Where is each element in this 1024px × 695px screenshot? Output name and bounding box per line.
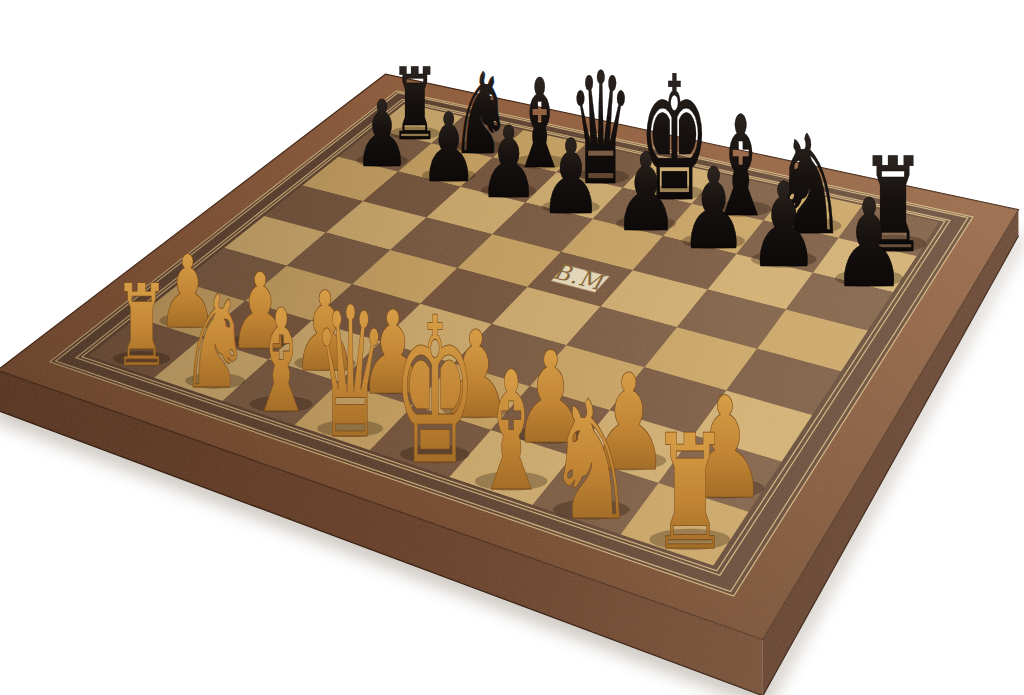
white-king-e1: ♚ — [393, 274, 476, 509]
black-pawn-a7: ♟ — [354, 81, 410, 187]
white-queen-d1: ♛ — [313, 267, 388, 478]
chess-board-photo: B.M.♜♞♝♛♚♝♞♜♟♟♟♟♟♟♟♟♟♟♟♟♟♟♟♟♜♞♝♛♚♝♞♜ — [0, 0, 1024, 695]
black-pawn-e7: ♟ — [613, 130, 678, 255]
white-bishop-f1: ♝ — [473, 336, 550, 528]
black-pawn-c7: ♟ — [478, 104, 538, 220]
white-rook-h1: ♜ — [651, 401, 729, 586]
black-pawn-b7: ♟ — [420, 92, 478, 203]
white-knight-b1: ♞ — [180, 267, 249, 417]
black-pawn-d7: ♟ — [539, 117, 602, 237]
black-pawn-f7: ♟ — [679, 144, 747, 275]
black-pawn-h7: ♟ — [832, 172, 906, 315]
photo-stage: B.M.♜♞♝♛♚♝♞♜♟♟♟♟♟♟♟♟♟♟♟♟♟♟♟♟♜♞♝♛♚♝♞♜ — [0, 0, 1024, 695]
white-rook-a1: ♜ — [114, 259, 170, 390]
black-pawn-g7: ♟ — [748, 157, 819, 294]
white-bishop-c1: ♝ — [248, 279, 314, 445]
white-knight-g1: ♞ — [547, 365, 635, 557]
